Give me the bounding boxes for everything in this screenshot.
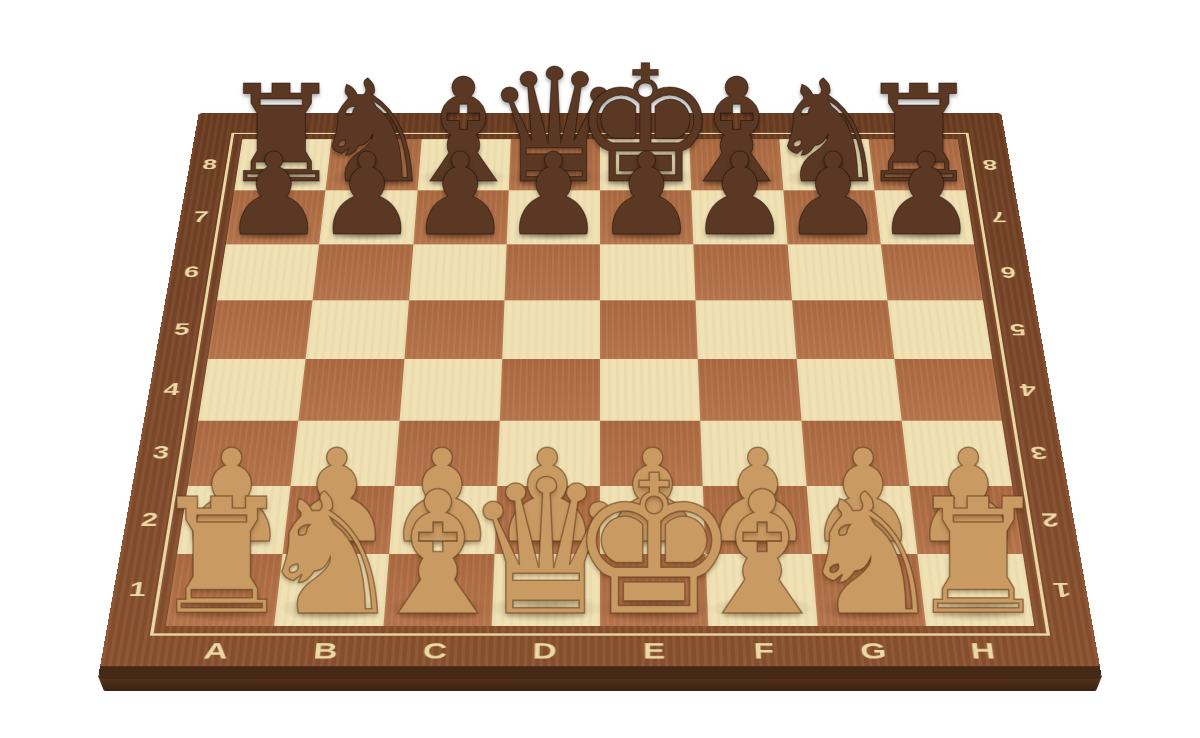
square-a5[interactable] [208,300,313,359]
square-g5[interactable] [791,300,894,359]
rank-label-right-6: 6 [983,244,1035,300]
square-d5[interactable] [502,300,600,359]
square-f4[interactable] [698,359,801,421]
square-h5[interactable] [887,300,992,359]
rank-label-right-5: 5 [992,300,1045,359]
square-c5[interactable] [404,300,504,359]
rank-label-left-6: 6 [165,244,217,300]
piece-white-rook-h1[interactable]: ♜ [868,478,1088,638]
square-e5[interactable] [600,300,698,359]
square-b4[interactable] [299,359,404,421]
square-a4[interactable] [198,359,306,421]
square-f5[interactable] [696,300,796,359]
rank-label-right-glyph: 5 [1009,320,1028,339]
square-e4[interactable] [600,359,700,421]
chessboard-photo: ABCDEFGH 87654321 87654321 ♜♞♝♛♚♝♞♜♟♟♟♟♟… [0,0,1200,738]
rank-label-right-glyph: 6 [999,263,1017,281]
square-h4[interactable] [894,359,1002,421]
square-c4[interactable] [399,359,502,421]
square-d4[interactable] [500,359,600,421]
square-g4[interactable] [796,359,901,421]
rank-label-right-glyph: 4 [1019,380,1038,400]
square-b5[interactable] [306,300,409,359]
rank-label-right-4: 4 [1001,359,1056,421]
piece-black-pawn-h7[interactable]: ♟ [816,138,1036,252]
